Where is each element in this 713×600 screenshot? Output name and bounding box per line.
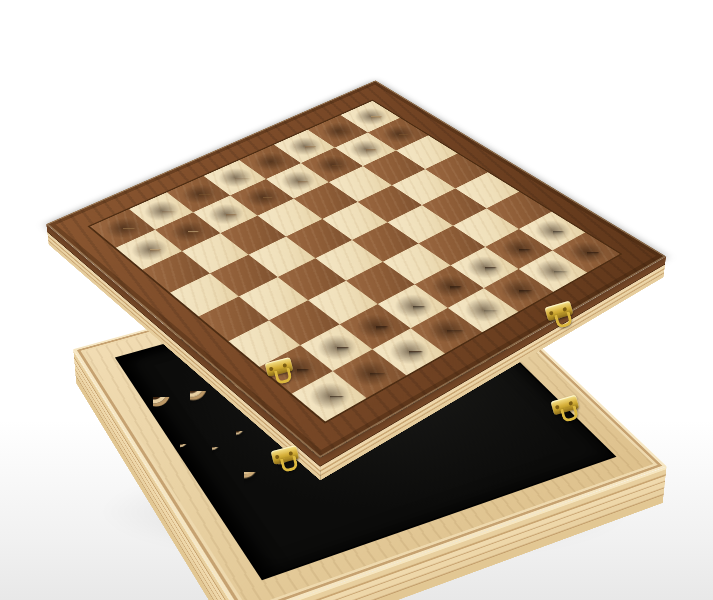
stored-piece-dark-disc[interactable] xyxy=(190,391,220,421)
stored-piece-light-pawn[interactable] xyxy=(243,472,270,499)
stored-piece-dark-disc[interactable] xyxy=(153,397,183,427)
scene: ♜♞♝♚♛♝♞♜♟♟♟♟♟♟♟♟♟♟♟♟♟♟♟♟♜♞♝♚♛♝♞♜ xyxy=(0,0,713,600)
stored-piece-dark-knob[interactable] xyxy=(180,443,195,458)
stored-piece-dark-knob[interactable] xyxy=(236,431,251,446)
